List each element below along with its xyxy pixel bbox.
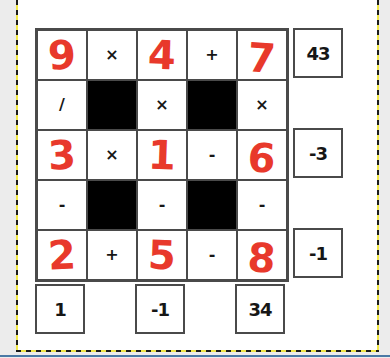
answer-cell-r1c1[interactable]: 9	[37, 30, 87, 80]
answer-cell-r3c1[interactable]: 3	[37, 130, 87, 180]
blocked-cell-r2c2	[87, 80, 137, 130]
operator-glyph: -	[159, 197, 166, 213]
operator-glyph: -	[59, 197, 66, 213]
handwritten-digit: 3	[47, 134, 77, 175]
operator-cell-r4c1: -	[37, 180, 87, 230]
operator-cell-r3c2: ×	[87, 130, 137, 180]
operator-glyph: -	[209, 147, 216, 163]
answer-cell-r3c3[interactable]: 1	[137, 130, 187, 180]
operator-glyph: ×	[105, 47, 118, 63]
operator-glyph: -	[259, 197, 266, 213]
blocked-cell-r2c4	[187, 80, 237, 130]
blocked-cell-r4c2	[87, 180, 137, 230]
operator-cell-r4c3: -	[137, 180, 187, 230]
operator-glyph: ×	[255, 97, 268, 113]
operator-glyph: +	[205, 47, 218, 63]
operator-glyph: /	[59, 97, 65, 113]
operator-cell-r1c4: +	[187, 30, 237, 80]
row-result-2: -3	[293, 128, 343, 178]
handwritten-digit: 1	[147, 135, 176, 176]
operator-cell-r2c1: /	[37, 80, 87, 130]
operator-cell-r2c3: ×	[137, 80, 187, 130]
operator-cell-r4c5: -	[237, 180, 287, 230]
selection-ants-right	[377, 0, 379, 351]
selection-ants-bottom	[16, 350, 379, 352]
handwritten-digit: 7	[247, 37, 278, 79]
operator-cell-r3c4: -	[187, 130, 237, 180]
handwritten-digit: 5	[147, 235, 176, 276]
selection-ants-left	[16, 0, 18, 351]
answer-cell-r1c5[interactable]: 7	[237, 30, 287, 80]
blocked-cell-r4c4	[187, 180, 237, 230]
operator-cell-r5c4: -	[187, 230, 237, 280]
answer-cell-r3c5[interactable]: 6	[237, 130, 287, 180]
handwritten-digit: 6	[247, 137, 278, 179]
col-result-2: -1	[135, 284, 185, 334]
window-edge-line	[0, 355, 390, 357]
handwritten-digit: 8	[247, 237, 278, 279]
operator-cell-r5c2: +	[87, 230, 137, 280]
row-result-1: 43	[293, 28, 343, 78]
answer-cell-r1c3[interactable]: 4	[137, 30, 187, 80]
operator-cell-r1c2: ×	[87, 30, 137, 80]
handwritten-digit: 2	[47, 234, 77, 275]
puzzle-grid: 9×4+7/××3×1-6---2+5-8	[35, 28, 289, 282]
operator-cell-r2c5: ×	[237, 80, 287, 130]
answer-cell-r5c5[interactable]: 8	[237, 230, 287, 280]
row-result-3: -1	[293, 228, 343, 278]
handwritten-digit: 4	[147, 35, 176, 76]
answer-cell-r5c3[interactable]: 5	[137, 230, 187, 280]
col-result-1: 1	[35, 284, 85, 334]
operator-glyph: ×	[155, 97, 168, 113]
answer-cell-r5c1[interactable]: 2	[37, 230, 87, 280]
handwritten-digit: 9	[47, 34, 77, 75]
operator-glyph: ×	[105, 147, 118, 163]
operator-glyph: +	[105, 247, 118, 263]
operator-glyph: -	[209, 247, 216, 263]
col-result-3: 34	[235, 284, 285, 334]
